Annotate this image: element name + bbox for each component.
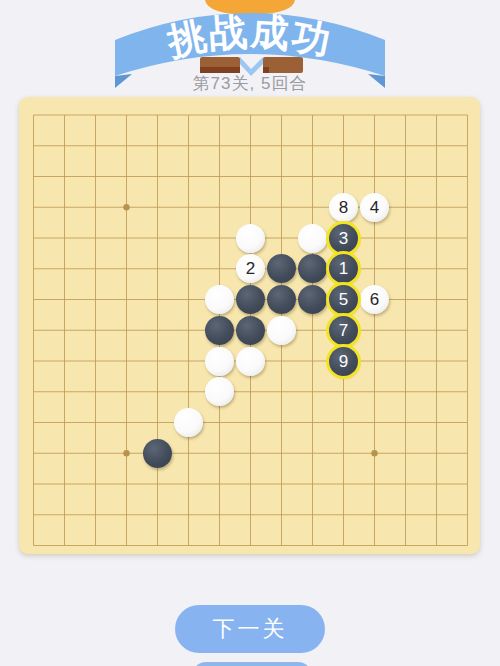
black-stone-move-9: 9 [329, 347, 358, 376]
white-stone [267, 316, 296, 345]
level-subtitle: 第73关, 5回合 [0, 72, 500, 95]
next-level-button[interactable]: 下一关 [175, 605, 325, 653]
black-stone [236, 285, 265, 314]
white-stone [174, 408, 203, 437]
white-stone-move-6: 6 [360, 285, 389, 314]
black-stone [236, 316, 265, 345]
ribbon-band [115, 13, 385, 76]
black-stone [205, 316, 234, 345]
black-stone [267, 285, 296, 314]
white-stone [298, 224, 327, 253]
star-point [371, 450, 377, 456]
victory-screen: { "game": "gomoku (five-in-a-row) on a 1… [0, 0, 500, 666]
black-stone [143, 439, 172, 468]
star-point [123, 450, 129, 456]
white-stone-move-8: 8 [329, 193, 358, 222]
white-stone [236, 224, 265, 253]
gomoku-board[interactable]: 843215679 [19, 97, 480, 554]
star-point [123, 204, 129, 210]
white-stone-move-4: 4 [360, 193, 389, 222]
black-stone-move-7: 7 [329, 316, 358, 345]
white-stone [205, 347, 234, 376]
secondary-button-partial[interactable] [192, 662, 312, 666]
black-stone [298, 285, 327, 314]
white-stone [205, 285, 234, 314]
black-stone-move-3: 3 [329, 224, 358, 253]
white-stone [236, 347, 265, 376]
black-stone-move-5: 5 [329, 285, 358, 314]
